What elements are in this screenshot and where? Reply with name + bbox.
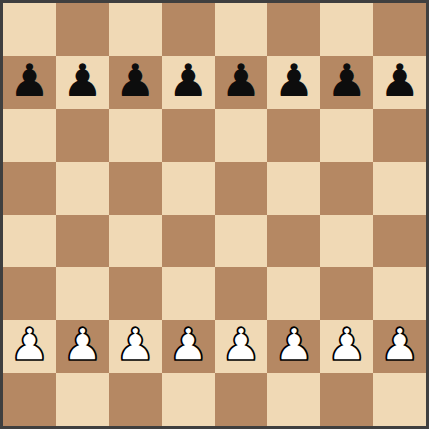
square-b3[interactable]: [56, 267, 109, 320]
white-pawn[interactable]: ♟: [221, 322, 261, 367]
white-pawn[interactable]: ♟: [62, 322, 102, 367]
square-f1[interactable]: [267, 373, 320, 426]
square-d5[interactable]: [162, 162, 215, 215]
white-pawn[interactable]: ♟: [9, 322, 49, 367]
white-pawn[interactable]: ♟: [168, 322, 208, 367]
square-a7[interactable]: ♟: [3, 56, 56, 109]
square-e5[interactable]: [215, 162, 268, 215]
black-pawn[interactable]: ♟: [379, 58, 419, 103]
black-pawn[interactable]: ♟: [9, 58, 49, 103]
square-e7[interactable]: ♟: [215, 56, 268, 109]
square-e4[interactable]: [215, 215, 268, 268]
square-d6[interactable]: [162, 109, 215, 162]
square-a6[interactable]: [3, 109, 56, 162]
square-a3[interactable]: [3, 267, 56, 320]
square-a4[interactable]: [3, 215, 56, 268]
square-b5[interactable]: [56, 162, 109, 215]
square-d4[interactable]: [162, 215, 215, 268]
square-h6[interactable]: [373, 109, 426, 162]
square-f2[interactable]: ♟: [267, 320, 320, 373]
black-pawn[interactable]: ♟: [274, 58, 314, 103]
chess-board: ♟♟♟♟♟♟♟♟♟♟♟♟♟♟♟♟: [0, 0, 429, 429]
square-h2[interactable]: ♟: [373, 320, 426, 373]
square-b4[interactable]: [56, 215, 109, 268]
square-g6[interactable]: [320, 109, 373, 162]
square-f5[interactable]: [267, 162, 320, 215]
square-f7[interactable]: ♟: [267, 56, 320, 109]
square-g3[interactable]: [320, 267, 373, 320]
square-c4[interactable]: [109, 215, 162, 268]
square-e8[interactable]: [215, 3, 268, 56]
square-b7[interactable]: ♟: [56, 56, 109, 109]
square-e2[interactable]: ♟: [215, 320, 268, 373]
square-g5[interactable]: [320, 162, 373, 215]
square-c2[interactable]: ♟: [109, 320, 162, 373]
black-pawn[interactable]: ♟: [62, 58, 102, 103]
square-f8[interactable]: [267, 3, 320, 56]
square-d1[interactable]: [162, 373, 215, 426]
square-e6[interactable]: [215, 109, 268, 162]
square-c5[interactable]: [109, 162, 162, 215]
square-g4[interactable]: [320, 215, 373, 268]
square-c1[interactable]: [109, 373, 162, 426]
white-pawn[interactable]: ♟: [327, 322, 367, 367]
square-e3[interactable]: [215, 267, 268, 320]
white-pawn[interactable]: ♟: [379, 322, 419, 367]
square-d7[interactable]: ♟: [162, 56, 215, 109]
square-f3[interactable]: [267, 267, 320, 320]
white-pawn[interactable]: ♟: [274, 322, 314, 367]
square-a2[interactable]: ♟: [3, 320, 56, 373]
square-c7[interactable]: ♟: [109, 56, 162, 109]
square-c6[interactable]: [109, 109, 162, 162]
square-h7[interactable]: ♟: [373, 56, 426, 109]
black-pawn[interactable]: ♟: [221, 58, 261, 103]
square-b6[interactable]: [56, 109, 109, 162]
square-h1[interactable]: [373, 373, 426, 426]
square-b1[interactable]: [56, 373, 109, 426]
square-b2[interactable]: ♟: [56, 320, 109, 373]
square-g8[interactable]: [320, 3, 373, 56]
square-c3[interactable]: [109, 267, 162, 320]
square-d8[interactable]: [162, 3, 215, 56]
white-pawn[interactable]: ♟: [115, 322, 155, 367]
square-d2[interactable]: ♟: [162, 320, 215, 373]
square-e1[interactable]: [215, 373, 268, 426]
square-h5[interactable]: [373, 162, 426, 215]
black-pawn[interactable]: ♟: [115, 58, 155, 103]
square-h8[interactable]: [373, 3, 426, 56]
square-g7[interactable]: ♟: [320, 56, 373, 109]
square-a8[interactable]: [3, 3, 56, 56]
square-f6[interactable]: [267, 109, 320, 162]
square-h4[interactable]: [373, 215, 426, 268]
square-g1[interactable]: [320, 373, 373, 426]
black-pawn[interactable]: ♟: [168, 58, 208, 103]
square-a1[interactable]: [3, 373, 56, 426]
square-g2[interactable]: ♟: [320, 320, 373, 373]
square-d3[interactable]: [162, 267, 215, 320]
square-c8[interactable]: [109, 3, 162, 56]
square-a5[interactable]: [3, 162, 56, 215]
black-pawn[interactable]: ♟: [327, 58, 367, 103]
square-b8[interactable]: [56, 3, 109, 56]
square-f4[interactable]: [267, 215, 320, 268]
square-h3[interactable]: [373, 267, 426, 320]
chess-board-wrap: ♟♟♟♟♟♟♟♟♟♟♟♟♟♟♟♟: [0, 0, 429, 429]
